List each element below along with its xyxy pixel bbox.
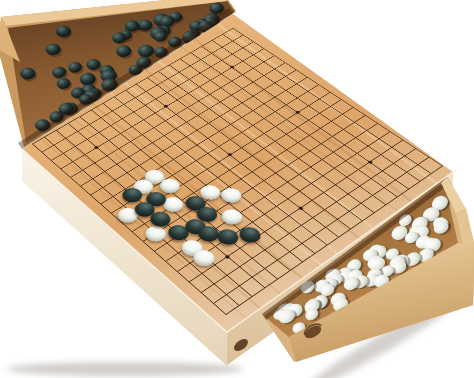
go-set-photo	[0, 0, 474, 378]
